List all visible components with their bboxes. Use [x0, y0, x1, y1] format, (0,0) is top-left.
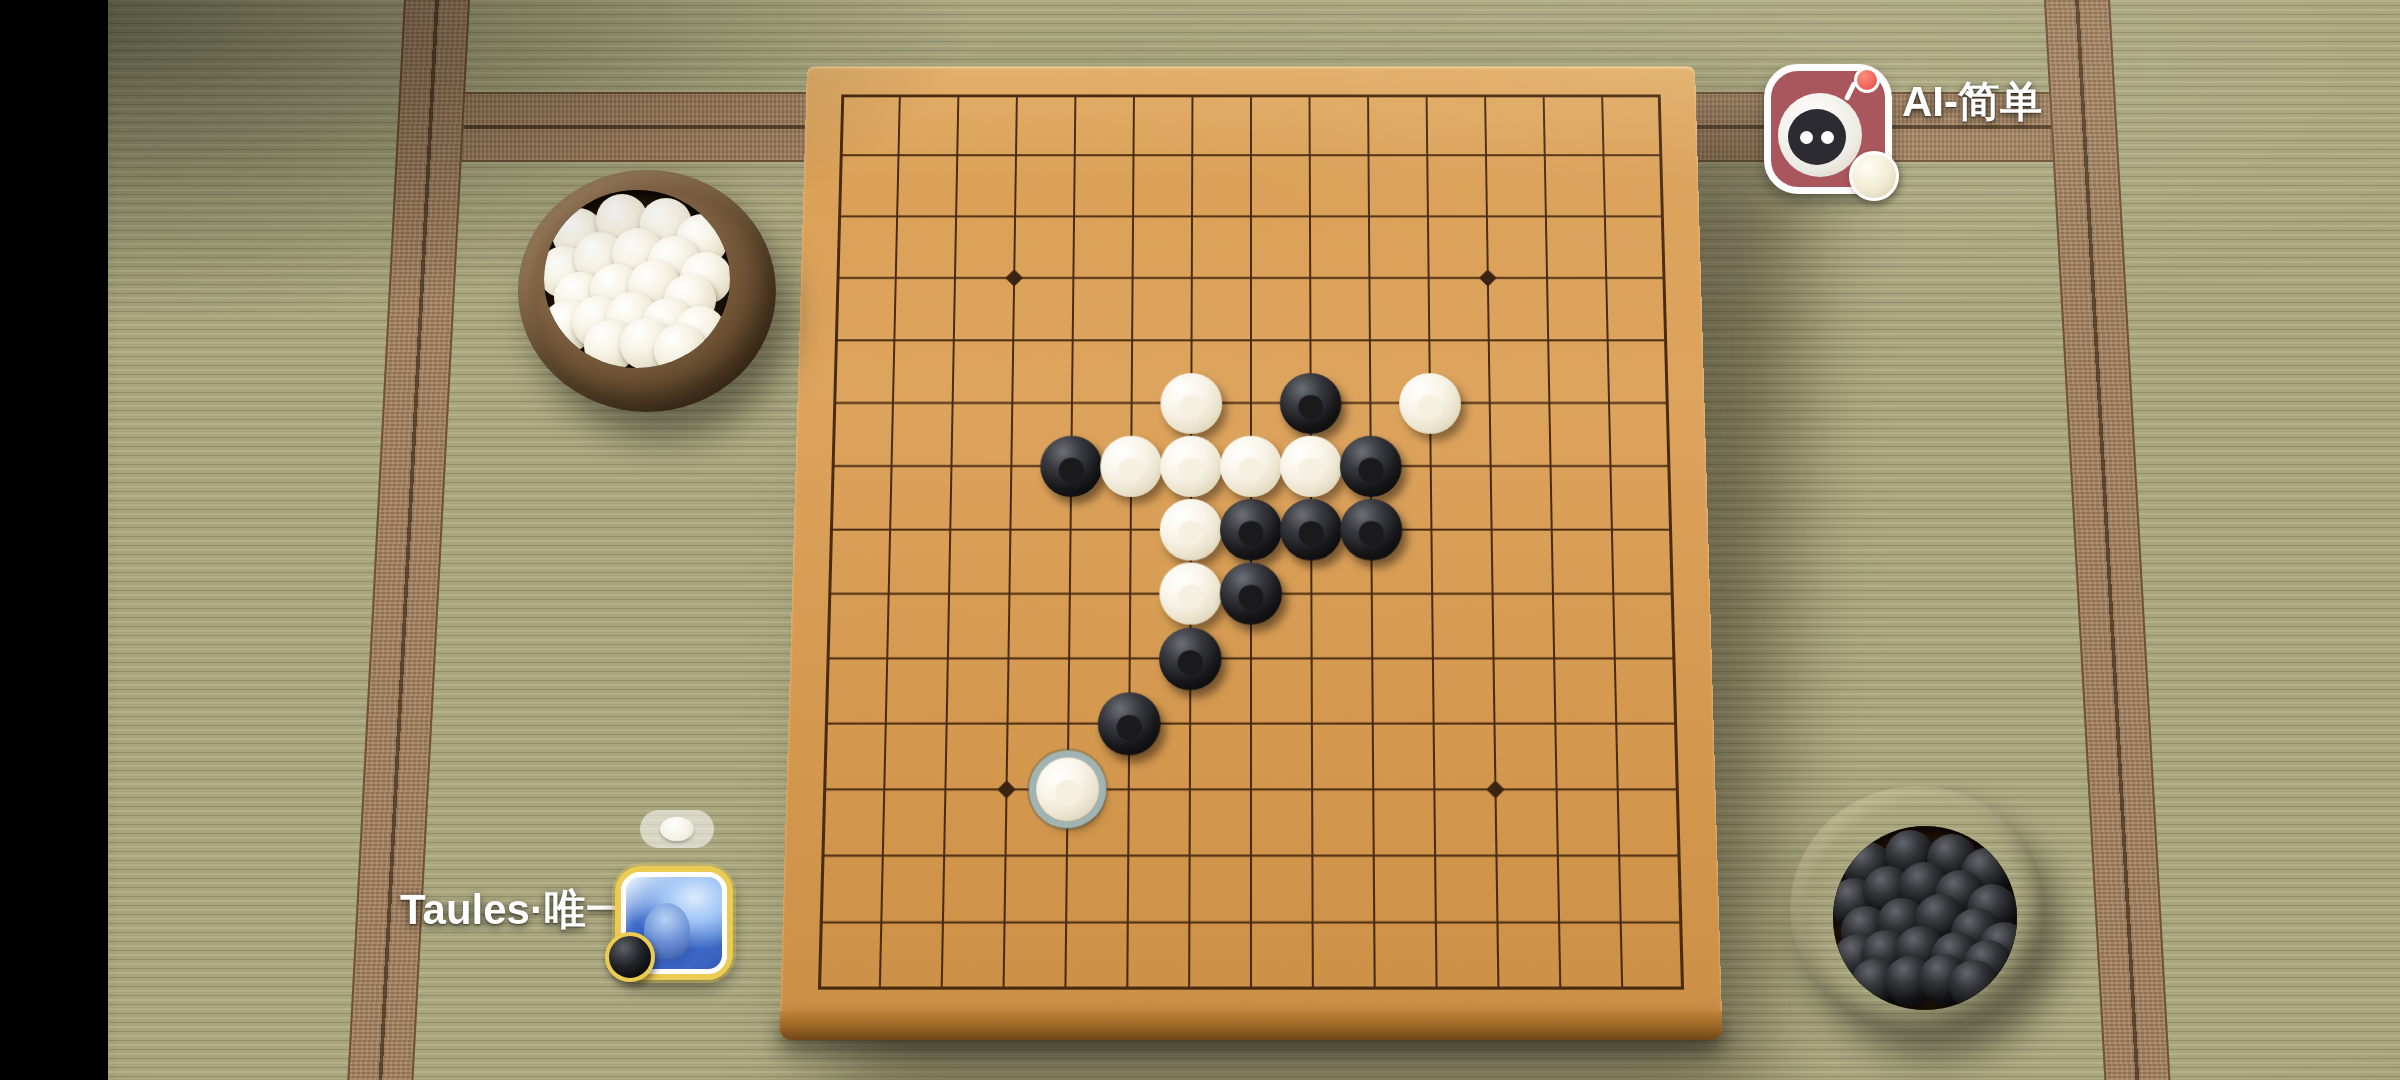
black-stone: ● — [1340, 436, 1402, 497]
board-front-edge — [779, 1011, 1722, 1041]
board-surface[interactable]: ●●●●●●●●●●●●●●●●●● — [780, 66, 1722, 1013]
gomoku-game-screen: ●●●●●●●●●●●●●●●●●● AI-简单 Taules·唯一 — [0, 0, 2400, 1080]
white-stone-bubble[interactable] — [640, 810, 714, 848]
black-stone: ● — [1220, 563, 1283, 625]
white-stone: ● — [1100, 436, 1162, 497]
white-stone: ● — [1159, 563, 1222, 625]
black-bowl-opening — [1833, 826, 2017, 1010]
white-stone-bowl — [518, 170, 776, 412]
robot-face-icon — [1788, 109, 1846, 165]
white-stone: ● — [1220, 436, 1282, 497]
black-stone: ● — [1340, 499, 1403, 561]
white-bowl-stone — [654, 324, 706, 368]
black-bowl-stone — [1949, 960, 1999, 1010]
board-stones-grid[interactable]: ●●●●●●●●●●●●●●●●●● — [786, 64, 1716, 1024]
black-stone: ● — [1220, 499, 1282, 561]
white-stone: ● — [1160, 499, 1222, 561]
player-name-label: Taules·唯一 — [400, 882, 628, 938]
black-stone: ● — [1098, 692, 1161, 755]
white-stone-icon — [660, 817, 694, 841]
black-stone: ● — [1040, 436, 1103, 497]
black-stone: ● — [1280, 373, 1342, 434]
white-stone: ● — [1399, 373, 1461, 434]
robot-eye-left — [1800, 131, 1813, 144]
white-stone: ● — [1280, 436, 1342, 497]
black-stone: ● — [1159, 627, 1222, 690]
white-bowl-opening — [544, 190, 730, 368]
ai-name-label: AI-简单 — [1902, 74, 2042, 130]
player-black-stone-badge — [605, 932, 655, 982]
left-letterbox-bar — [0, 0, 108, 1080]
robot-head-icon — [1778, 93, 1862, 177]
white-stone: ● — [1160, 373, 1222, 434]
white-stone: ● — [1160, 436, 1222, 497]
player-avatar[interactable] — [615, 866, 733, 980]
ai-avatar[interactable] — [1764, 64, 1892, 194]
go-board: ●●●●●●●●●●●●●●●●●● — [779, 66, 1722, 1040]
robot-eye-right — [1821, 131, 1834, 144]
ai-white-stone-badge — [1849, 151, 1899, 201]
robot-antenna-ball-icon — [1854, 67, 1880, 93]
black-stone-bowl — [1790, 786, 2046, 1032]
black-stone: ● — [1280, 499, 1342, 561]
white-stone: ● — [1036, 758, 1100, 822]
